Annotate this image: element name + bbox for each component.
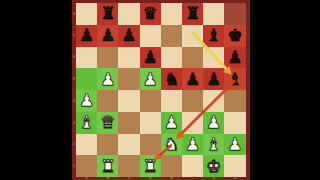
square-h7[interactable]: ♚ [224,25,245,47]
file-label-d: d [149,176,152,180]
rank-label-1: 1 [73,164,76,168]
square-h8[interactable] [224,3,245,25]
square-a2[interactable] [76,134,97,156]
file-label-a: a [85,176,87,180]
black-pawn-piece: ♟ [100,27,115,44]
square-c6[interactable] [118,47,139,69]
square-h4[interactable] [224,90,245,112]
square-g3[interactable]: ♟ [203,112,224,134]
rank-label-4: 4 [73,99,76,103]
square-d4[interactable] [140,90,161,112]
square-g4[interactable] [203,90,224,112]
square-d7[interactable] [140,25,161,47]
black-queen-piece: ♛ [143,5,158,22]
rank-label-8: 8 [73,12,76,16]
rank-label-7: 7 [73,34,76,38]
black-knight-piece: ♞ [164,70,179,87]
white-rook-piece: ♜ [100,157,115,174]
rank-label-5: 5 [73,77,76,81]
square-d6[interactable]: ♟ [140,47,161,69]
black-rook-piece: ♜ [100,5,115,22]
square-a1[interactable] [76,155,97,177]
square-b2[interactable] [97,134,118,156]
square-c5[interactable] [118,68,139,90]
square-e5[interactable]: ♞ [161,68,182,90]
square-b8[interactable]: ♜ [97,3,118,25]
rank-label-2: 2 [73,142,76,146]
square-g1[interactable]: ♚ [203,155,224,177]
white-pawn-piece: ♟ [227,135,242,152]
white-pawn-piece: ♟ [185,135,200,152]
square-b4[interactable] [97,90,118,112]
square-f2[interactable]: ♟ [182,134,203,156]
white-bishop-piece: ♝ [79,114,94,131]
black-king-piece: ♚ [227,27,242,44]
square-b7[interactable]: ♟ [97,25,118,47]
white-knight-piece: ♞ [164,135,179,152]
black-pawn-piece: ♟ [206,70,221,87]
file-label-f: f [192,176,193,180]
square-c8[interactable] [118,3,139,25]
square-f4[interactable] [182,90,203,112]
square-c4[interactable] [118,90,139,112]
chess-board: ♜♛♜♟♟♟♝♚♟♟♟♟♞♟♟♝♟♝♛♟♟♞♟♝♟♜♜♚ [76,3,246,177]
square-g2[interactable]: ♝ [203,134,224,156]
square-e3[interactable]: ♟ [161,112,182,134]
square-d1[interactable]: ♜ [140,155,161,177]
white-pawn-piece: ♟ [206,114,221,131]
square-f8[interactable]: ♜ [182,3,203,25]
square-b5[interactable]: ♟ [97,68,118,90]
square-a6[interactable] [76,47,97,69]
black-pawn-piece: ♟ [79,27,94,44]
black-pawn-piece: ♟ [227,48,242,65]
square-e8[interactable] [161,3,182,25]
white-pawn-piece: ♟ [79,92,94,109]
white-king-piece: ♚ [206,157,221,174]
black-bishop-piece: ♝ [227,70,242,87]
square-f6[interactable] [182,47,203,69]
square-g7[interactable]: ♝ [203,25,224,47]
white-queen-piece: ♛ [100,114,115,131]
square-c2[interactable] [118,134,139,156]
square-h3[interactable] [224,112,245,134]
file-label-g: g [213,176,216,180]
black-pawn-piece: ♟ [143,48,158,65]
square-g5[interactable]: ♟ [203,68,224,90]
file-label-e: e [170,176,172,180]
square-f7[interactable] [182,25,203,47]
black-pawn-piece: ♟ [121,27,136,44]
square-g8[interactable] [203,3,224,25]
square-a8[interactable] [76,3,97,25]
square-g6[interactable] [203,47,224,69]
white-rook-piece: ♜ [143,157,158,174]
square-f1[interactable] [182,155,203,177]
square-e6[interactable] [161,47,182,69]
file-label-c: c [128,176,130,180]
square-d8[interactable]: ♛ [140,3,161,25]
square-h6[interactable]: ♟ [224,47,245,69]
black-rook-piece: ♜ [185,5,200,22]
square-h5[interactable]: ♝ [224,68,245,90]
file-label-h: h [234,176,237,180]
square-e4[interactable] [161,90,182,112]
square-d5[interactable]: ♟ [140,68,161,90]
rank-label-3: 3 [73,121,76,125]
square-c7[interactable]: ♟ [118,25,139,47]
square-b3[interactable]: ♛ [97,112,118,134]
square-d3[interactable] [140,112,161,134]
square-e1[interactable] [161,155,182,177]
black-pawn-piece: ♟ [185,70,200,87]
white-pawn-piece: ♟ [143,70,158,87]
square-f5[interactable]: ♟ [182,68,203,90]
square-e2[interactable]: ♞ [161,134,182,156]
square-a7[interactable]: ♟ [76,25,97,47]
square-d2[interactable] [140,134,161,156]
square-a4[interactable]: ♟ [76,90,97,112]
square-b6[interactable] [97,47,118,69]
white-bishop-piece: ♝ [206,135,221,152]
square-a3[interactable]: ♝ [76,112,97,134]
rank-label-6: 6 [73,55,76,59]
square-c1[interactable] [118,155,139,177]
square-c3[interactable] [118,112,139,134]
square-a5[interactable] [76,68,97,90]
square-b1[interactable]: ♜ [97,155,118,177]
white-pawn-piece: ♟ [100,70,115,87]
black-bishop-piece: ♝ [206,27,221,44]
square-f3[interactable] [182,112,203,134]
square-h2[interactable]: ♟ [224,134,245,156]
file-label-b: b [107,176,110,180]
white-pawn-piece: ♟ [164,114,179,131]
square-h1[interactable] [224,155,245,177]
video-frame: ♜♛♜♟♟♟♝♚♟♟♟♟♞♟♟♝♟♝♛♟♟♞♟♝♟♜♜♚ 87654321abc… [0,0,320,180]
square-e7[interactable] [161,25,182,47]
